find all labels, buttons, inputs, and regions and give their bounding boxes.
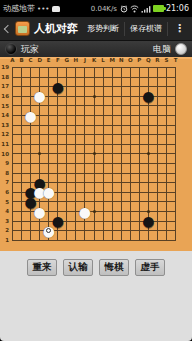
row-label-14: 14 [0,112,9,118]
row-label-3: 3 [0,218,9,224]
row-label-9: 9 [0,160,9,166]
black-stone-F17: ● [53,82,63,92]
col-label-J: J [80,57,89,63]
white-stone-J4: ● [80,207,90,217]
row-label-8: 8 [0,170,9,176]
network-speed-label: 0.04K/s [91,5,117,13]
players-bar: 玩家 电脑 [0,40,192,57]
col-label-D: D [35,57,44,63]
restart-button[interactable]: 重来 [27,259,57,276]
white-stone-C14: ● [26,111,36,121]
page-title: 人机对弈 [34,21,78,36]
row-label-15: 15 [0,103,9,109]
col-label-F: F [53,57,62,63]
white-stone-icon [175,43,187,55]
carrier-label: 动感地带 [3,3,35,14]
white-stone-D4: ● [35,207,45,217]
col-label-S: S [162,57,171,63]
notification-icon [52,6,60,12]
action-button-row: 重来 认输 悔棋 虚手 [0,251,192,276]
status-bar: 动感地带 ••• 0.04K/s 21:06 [0,0,192,17]
overflow-menu-button[interactable]: ⋮ [167,22,188,36]
header-menu: 形势判断 保存棋谱 ⋮ [82,17,188,40]
col-label-H: H [71,57,80,63]
pass-button[interactable]: 虚手 [135,259,165,276]
alarm-icon [120,5,128,13]
col-label-A: A [8,57,17,63]
row-label-19: 19 [0,64,9,70]
row-label-12: 12 [0,131,9,137]
row-label-5: 5 [0,199,9,205]
col-label-T: T [171,57,180,63]
white-stone-D16: ● [35,91,45,101]
col-label-R: R [153,57,162,63]
phone-screen: 动感地带 ••• 0.04K/s 21:06 人机对弈 形势判断 [0,0,192,341]
resign-button[interactable]: 认输 [63,259,93,276]
col-label-C: C [26,57,35,63]
col-label-P: P [135,57,144,63]
wifi-icon [130,5,139,13]
battery-icon [153,5,164,12]
back-chevron-icon[interactable] [4,24,12,32]
black-stone-Q16: ● [143,91,153,101]
row-label-11: 11 [0,141,9,147]
go-board: ABCDEFGHJKLMNOPQRST191817161514131211109… [0,57,192,251]
row-label-1: 1 [0,237,9,243]
col-label-N: N [117,57,126,63]
row-label-13: 13 [0,122,9,128]
col-label-E: E [44,57,53,63]
bottom-bar: 重来 认输 悔棋 虚手 [0,251,192,341]
col-label-B: B [17,57,26,63]
undo-button[interactable]: 悔棋 [99,259,129,276]
app-header: 人机对弈 形势判断 保存棋谱 ⋮ [0,17,192,40]
black-stone-icon [5,43,17,55]
row-label-2: 2 [0,227,9,233]
row-label-6: 6 [0,189,9,195]
white-player-label: 电脑 [153,43,171,56]
col-label-L: L [99,57,108,63]
col-label-G: G [62,57,71,63]
row-label-18: 18 [0,74,9,80]
row-label-10: 10 [0,151,9,157]
white-stone-E6: ● [44,187,54,197]
col-label-K: K [90,57,99,63]
app-icon [15,21,30,36]
black-player-label: 玩家 [21,43,39,56]
col-label-M: M [108,57,117,63]
row-label-16: 16 [0,93,9,99]
situation-judge-button[interactable]: 形势判断 [82,22,124,36]
row-label-7: 7 [0,179,9,185]
col-label-Q: Q [144,57,153,63]
more-notifications-dots: ••• [37,5,49,13]
save-kifu-button[interactable]: 保存棋谱 [124,22,167,36]
col-label-O: O [126,57,135,63]
star-point-K4 [93,210,96,213]
clock-label: 21:06 [166,4,189,13]
row-label-4: 4 [0,208,9,214]
star-point-K16 [93,95,96,98]
signal-icon [141,5,151,13]
black-stone-Q3: ● [143,216,153,226]
row-label-17: 17 [0,83,9,89]
